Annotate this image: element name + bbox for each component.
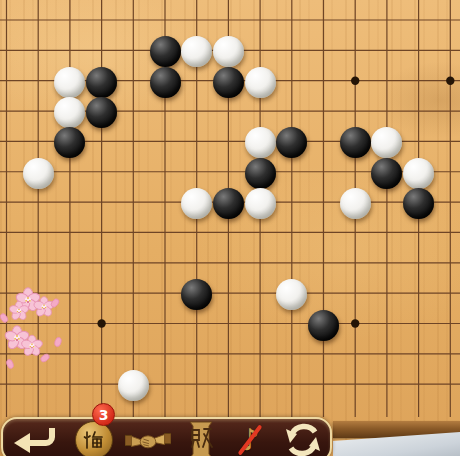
star-point-dot bbox=[351, 319, 359, 327]
black-stone bbox=[213, 67, 244, 98]
takeback-button[interactable] bbox=[71, 420, 117, 456]
white-stone bbox=[245, 188, 276, 219]
game-app-window: ♪ 3 bbox=[0, 0, 460, 456]
undo-button[interactable] bbox=[11, 420, 57, 456]
regret-kanji-icon bbox=[83, 429, 105, 451]
star-point-dot bbox=[97, 319, 105, 327]
draw-offer-button[interactable] bbox=[125, 420, 171, 456]
black-stone bbox=[86, 67, 117, 98]
black-stone bbox=[86, 97, 117, 128]
black-stone bbox=[403, 188, 434, 219]
star-point-dot bbox=[351, 77, 359, 85]
regret-coin-icon bbox=[75, 421, 113, 456]
defeat-kanji-icon bbox=[185, 421, 217, 456]
restart-icon bbox=[284, 422, 322, 456]
black-stone bbox=[308, 310, 339, 341]
black-stone bbox=[150, 67, 181, 98]
bottom-toolbar: ♪ bbox=[1, 417, 332, 456]
white-stone bbox=[403, 158, 434, 189]
cherry-blossom-decoration bbox=[0, 280, 80, 400]
black-stone bbox=[150, 36, 181, 67]
white-stone bbox=[23, 158, 54, 189]
white-stone bbox=[245, 127, 276, 158]
white-stone bbox=[118, 370, 149, 401]
white-stone bbox=[54, 67, 85, 98]
black-stone bbox=[213, 188, 244, 219]
handshake-icon bbox=[125, 426, 171, 454]
resign-button[interactable] bbox=[178, 420, 224, 456]
undo-arrow-icon bbox=[12, 423, 56, 456]
undo-count-badge: 3 bbox=[92, 403, 115, 426]
black-stone bbox=[340, 127, 371, 158]
sound-toggle-button[interactable]: ♪ bbox=[227, 420, 273, 456]
white-stone bbox=[340, 188, 371, 219]
black-stone bbox=[245, 158, 276, 189]
white-stone bbox=[245, 67, 276, 98]
restart-button[interactable] bbox=[280, 420, 326, 456]
star-point-dot bbox=[446, 77, 454, 85]
black-stone bbox=[371, 158, 402, 189]
